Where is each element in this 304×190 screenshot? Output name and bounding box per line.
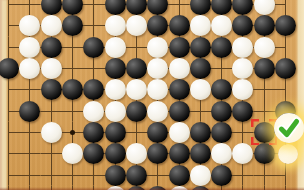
- star-point: [70, 130, 75, 135]
- white-stone: [190, 165, 211, 186]
- board-cell-r9c13[interactable]: [254, 164, 275, 185]
- board-cell-r6c5[interactable]: [83, 100, 104, 121]
- black-stone: [83, 79, 104, 100]
- board-cell-r6c6[interactable]: [104, 100, 125, 121]
- board-cell-r5c7[interactable]: [126, 79, 147, 100]
- black-stone: [211, 165, 232, 186]
- board-cell-r5c9[interactable]: [168, 79, 189, 100]
- board-cell-r4c11[interactable]: [211, 58, 232, 79]
- black-stone: [211, 0, 232, 15]
- black-stone: [190, 143, 211, 164]
- white-stone: [190, 79, 211, 100]
- board-cell-r3c8[interactable]: [147, 37, 168, 58]
- board-cell-r3c6[interactable]: [104, 37, 125, 58]
- board-cell-r8c11[interactable]: [211, 143, 232, 164]
- checkmark-icon: [276, 115, 302, 141]
- white-stone: [105, 79, 126, 100]
- white-stone: [41, 122, 62, 143]
- board-cell-r2c1[interactable]: [0, 15, 19, 36]
- board-cell-r1c7[interactable]: [126, 0, 147, 15]
- board-cell-r6c2[interactable]: [19, 100, 40, 121]
- board-cell-r5c6[interactable]: [104, 79, 125, 100]
- black-stone: [41, 37, 62, 58]
- black-stone: [126, 101, 147, 122]
- board-cell-r2c4[interactable]: [62, 15, 83, 36]
- board-cell-r1c3[interactable]: [41, 0, 62, 15]
- white-stone: [105, 101, 126, 122]
- board-cell-r2c11[interactable]: [211, 15, 232, 36]
- board-cell-r7c8[interactable]: [147, 122, 168, 143]
- black-stone: [83, 143, 104, 164]
- board-cell-r5c4[interactable]: [62, 79, 83, 100]
- black-stone: [190, 58, 211, 79]
- board-cell-r7c1[interactable]: [0, 122, 19, 143]
- board-cell-r6c4[interactable]: [62, 100, 83, 121]
- board-cell-r5c2[interactable]: [19, 79, 40, 100]
- board-cell-r6c10[interactable]: [190, 100, 211, 121]
- board-cell-r8c10[interactable]: [190, 143, 211, 164]
- white-stone: [126, 79, 147, 100]
- board-cell-r4c7[interactable]: [126, 58, 147, 79]
- black-stone: [62, 79, 83, 100]
- board-cell-r3c3[interactable]: [41, 37, 62, 58]
- board-cell-r3c1[interactable]: [0, 37, 19, 58]
- board-cell-r6c3[interactable]: [41, 100, 62, 121]
- black-stone: [105, 165, 126, 186]
- black-stone: [275, 58, 296, 79]
- board-cell-r7c11[interactable]: [211, 122, 232, 143]
- board-cell-r9c8[interactable]: [147, 164, 168, 185]
- board-cell-r1c13[interactable]: [254, 0, 275, 15]
- board-cell-r1c5[interactable]: [83, 0, 104, 15]
- white-stone: [232, 58, 253, 79]
- black-stone: [147, 0, 168, 15]
- black-stone: [83, 37, 104, 58]
- black-stone: [254, 143, 275, 164]
- white-stone: [105, 37, 126, 58]
- correct-answer-badge: [274, 113, 304, 143]
- board-cell-r5c10[interactable]: [190, 79, 211, 100]
- board-cell-r9c1[interactable]: [0, 164, 19, 185]
- black-stone: [126, 58, 147, 79]
- board-cell-r8c4[interactable]: [62, 143, 83, 164]
- black-stone: [211, 122, 232, 143]
- board-cell-r9c9[interactable]: [168, 164, 189, 185]
- black-stone: [105, 143, 126, 164]
- board-cell-r7c13[interactable]: [254, 122, 275, 143]
- board-cell-r4c5[interactable]: [83, 58, 104, 79]
- board-cell-r7c6[interactable]: [104, 122, 125, 143]
- black-stone: [62, 0, 83, 15]
- black-stone: [147, 15, 168, 36]
- black-stone: [169, 101, 190, 122]
- board-cell-r2c2[interactable]: [19, 15, 40, 36]
- go-board[interactable]: [0, 0, 296, 190]
- board-cell-r2c7[interactable]: [126, 15, 147, 36]
- board-cell-r7c3[interactable]: [41, 122, 62, 143]
- board-cell-r1c4[interactable]: [62, 0, 83, 15]
- white-stone: [211, 143, 232, 164]
- badge-glow-disc: [278, 144, 298, 164]
- board-cell-r7c9[interactable]: [168, 122, 189, 143]
- board-cell-r4c13[interactable]: [254, 58, 275, 79]
- black-stone: [19, 101, 40, 122]
- black-stone: [169, 143, 190, 164]
- white-stone: [147, 58, 168, 79]
- board-cell-r2c14[interactable]: [275, 15, 296, 36]
- board-cell-r3c5[interactable]: [83, 37, 104, 58]
- board-cell-r4c2[interactable]: [19, 58, 40, 79]
- board-cell-r9c5[interactable]: [83, 164, 104, 185]
- board-cell-r6c11[interactable]: [211, 100, 232, 121]
- white-stone: [190, 15, 211, 36]
- black-stone: [0, 58, 19, 79]
- board-cell-r4c8[interactable]: [147, 58, 168, 79]
- board-cell-r6c7[interactable]: [126, 100, 147, 121]
- white-stone: [41, 15, 62, 36]
- black-stone: [105, 58, 126, 79]
- board-cell-r5c12[interactable]: [232, 79, 253, 100]
- board-cell-r4c14[interactable]: [275, 58, 296, 79]
- white-stone: [254, 37, 275, 58]
- board-cell-r9c14[interactable]: [275, 164, 296, 185]
- board-cell-r3c12[interactable]: [232, 37, 253, 58]
- board-cell-r1c8[interactable]: [147, 0, 168, 15]
- board-cell-r3c9[interactable]: [168, 37, 189, 58]
- black-stone: [41, 0, 62, 15]
- board-cell-r8c2[interactable]: [19, 143, 40, 164]
- board-cell-r6c9[interactable]: [168, 100, 189, 121]
- board-cell-r1c6[interactable]: [104, 0, 125, 15]
- board-cell-r6c1[interactable]: [0, 100, 19, 121]
- board-cell-r1c14[interactable]: [275, 0, 296, 15]
- white-stone: [19, 58, 40, 79]
- black-stone: [232, 15, 253, 36]
- board-cell-r3c14[interactable]: [275, 37, 296, 58]
- board-cell-r1c1[interactable]: [0, 0, 19, 15]
- board-cell-r1c2[interactable]: [19, 0, 40, 15]
- board-cell-r9c12[interactable]: [232, 164, 253, 185]
- white-stone: [19, 37, 40, 58]
- black-stone: [254, 15, 275, 36]
- board-cell-r9c7[interactable]: [126, 164, 147, 185]
- board-cell-r5c14[interactable]: [275, 79, 296, 100]
- black-stone: [62, 15, 83, 36]
- board-cell-r3c7[interactable]: [126, 37, 147, 58]
- white-stone: [147, 37, 168, 58]
- board-cell-r4c1[interactable]: [0, 58, 19, 79]
- white-stone: [232, 143, 253, 164]
- board-cell-r3c11[interactable]: [211, 37, 232, 58]
- white-stone: [83, 101, 104, 122]
- black-stone: [105, 0, 126, 15]
- black-stone: [275, 15, 296, 36]
- board-cell-r7c7[interactable]: [126, 122, 147, 143]
- bottom-shade: [0, 187, 304, 190]
- board-cell-r1c11[interactable]: [211, 0, 232, 15]
- board-cell-r2c9[interactable]: [168, 15, 189, 36]
- board-cell-r5c13[interactable]: [254, 79, 275, 100]
- board-cell-r2c12[interactable]: [232, 15, 253, 36]
- black-stone: [190, 0, 211, 15]
- black-stone: [169, 165, 190, 186]
- board-cell-r8c6[interactable]: [104, 143, 125, 164]
- board-right-edge: [296, 0, 304, 190]
- board-cell-r7c10[interactable]: [190, 122, 211, 143]
- white-stone: [62, 143, 83, 164]
- board-cell-r7c4[interactable]: [62, 122, 83, 143]
- board-cell-r4c3[interactable]: [41, 58, 62, 79]
- board-cell-r2c13[interactable]: [254, 15, 275, 36]
- white-stone: [232, 37, 253, 58]
- board-cell-r8c9[interactable]: [168, 143, 189, 164]
- go-board-screenshot: [0, 0, 304, 190]
- black-stone: [190, 122, 211, 143]
- board-cell-r2c8[interactable]: [147, 15, 168, 36]
- black-stone: [211, 79, 232, 100]
- black-stone: [147, 143, 168, 164]
- white-stone: [147, 101, 168, 122]
- last-move-marker: [251, 119, 277, 145]
- black-stone: [169, 37, 190, 58]
- board-cell-r9c6[interactable]: [104, 164, 125, 185]
- white-stone: [232, 79, 253, 100]
- board-cell-r4c12[interactable]: [232, 58, 253, 79]
- black-stone: [41, 79, 62, 100]
- board-cell-r4c10[interactable]: [190, 58, 211, 79]
- white-stone: [126, 143, 147, 164]
- board-cell-r3c4[interactable]: [62, 37, 83, 58]
- board-cell-r7c2[interactable]: [19, 122, 40, 143]
- black-stone: [126, 0, 147, 15]
- board-cell-r1c12[interactable]: [232, 0, 253, 15]
- board-cell-r6c8[interactable]: [147, 100, 168, 121]
- board-cell-r4c9[interactable]: [168, 58, 189, 79]
- black-stone: [254, 58, 275, 79]
- board-cell-r9c10[interactable]: [190, 164, 211, 185]
- board-cell-r9c11[interactable]: [211, 164, 232, 185]
- board-cell-r1c10[interactable]: [190, 0, 211, 15]
- black-stone: [105, 122, 126, 143]
- white-stone: [105, 15, 126, 36]
- white-stone: [19, 15, 40, 36]
- board-cell-r4c6[interactable]: [104, 58, 125, 79]
- board-cell-r2c3[interactable]: [41, 15, 62, 36]
- black-stone: [211, 101, 232, 122]
- black-stone: [169, 15, 190, 36]
- white-stone: [169, 122, 190, 143]
- board-cell-r8c13[interactable]: [254, 143, 275, 164]
- black-stone: [169, 79, 190, 100]
- board-cell-r8c5[interactable]: [83, 143, 104, 164]
- black-stone: [211, 37, 232, 58]
- black-stone: [232, 0, 253, 15]
- board-cell-r7c5[interactable]: [83, 122, 104, 143]
- board-cell-r9c3[interactable]: [41, 164, 62, 185]
- white-stone: [126, 15, 147, 36]
- board-cell-r3c2[interactable]: [19, 37, 40, 58]
- white-stone: [254, 0, 275, 15]
- white-stone: [41, 58, 62, 79]
- board-cell-r5c3[interactable]: [41, 79, 62, 100]
- black-stone: [190, 37, 211, 58]
- black-stone: [126, 165, 147, 186]
- board-cell-r9c4[interactable]: [62, 164, 83, 185]
- white-stone: [169, 58, 190, 79]
- board-cell-r9c2[interactable]: [19, 164, 40, 185]
- white-stone: [147, 79, 168, 100]
- white-stone: [211, 15, 232, 36]
- black-stone: [147, 122, 168, 143]
- board-cell-r8c3[interactable]: [41, 143, 62, 164]
- board-cell-r5c8[interactable]: [147, 79, 168, 100]
- board-cell-r8c8[interactable]: [147, 143, 168, 164]
- board-cell-r5c1[interactable]: [0, 79, 19, 100]
- board-cell-r1c9[interactable]: [168, 0, 189, 15]
- board-cell-r2c6[interactable]: [104, 15, 125, 36]
- board-cell-r2c10[interactable]: [190, 15, 211, 36]
- board-cell-r2c5[interactable]: [83, 15, 104, 36]
- board-cell-r8c7[interactable]: [126, 143, 147, 164]
- board-cell-r4c4[interactable]: [62, 58, 83, 79]
- board-cell-r5c11[interactable]: [211, 79, 232, 100]
- board-cell-r8c12[interactable]: [232, 143, 253, 164]
- board-cell-r3c10[interactable]: [190, 37, 211, 58]
- board-cell-r3c13[interactable]: [254, 37, 275, 58]
- board-cell-r8c1[interactable]: [0, 143, 19, 164]
- board-cell-r5c5[interactable]: [83, 79, 104, 100]
- black-stone: [83, 122, 104, 143]
